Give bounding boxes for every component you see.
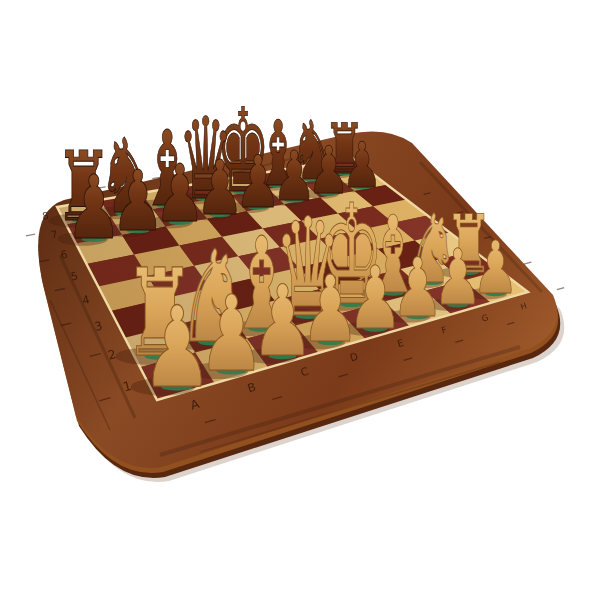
chess-set-product-photo: 87654321ABCDEFGH♜♞♝♟♚♟♛♟♝♟♞♟♜♟♟♟♜♞♝♟♚♟♛♟…	[0, 0, 600, 600]
wood-pore	[557, 288, 564, 290]
piece-dark-pawn-a7: ♟	[66, 157, 123, 259]
chess-board-photo: 87654321ABCDEFGH♜♞♝♟♚♟♛♟♝♟♞♟♜♟♟♟♜♞♝♟♚♟♛♟…	[0, 0, 600, 600]
wood-pore	[524, 262, 531, 264]
piece-light-pawn-a1: ♟	[141, 283, 213, 413]
wood-pore	[26, 234, 35, 236]
